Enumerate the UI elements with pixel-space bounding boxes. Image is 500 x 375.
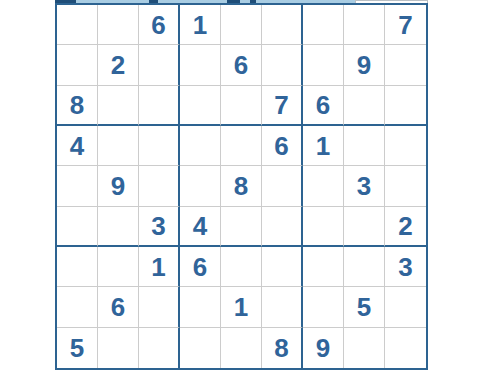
given-digit: 6 bbox=[234, 52, 248, 78]
cell-r3c2[interactable] bbox=[98, 86, 139, 126]
cell-r9c9[interactable] bbox=[385, 328, 426, 368]
cell-r9c7[interactable]: 9 bbox=[303, 328, 344, 368]
cell-r2c9[interactable] bbox=[385, 45, 426, 85]
cell-r9c1[interactable]: 5 bbox=[57, 328, 98, 368]
cell-r5c5[interactable]: 8 bbox=[221, 166, 262, 206]
cell-r8c3[interactable] bbox=[139, 287, 180, 327]
cell-r5c6[interactable] bbox=[262, 166, 303, 206]
cell-r7c6[interactable] bbox=[262, 247, 303, 287]
cell-r1c5[interactable] bbox=[221, 5, 262, 45]
cell-r9c6[interactable]: 8 bbox=[262, 328, 303, 368]
given-digit: 2 bbox=[398, 213, 412, 239]
cell-r7c4[interactable]: 6 bbox=[180, 247, 221, 287]
given-digit: 8 bbox=[234, 173, 248, 199]
cell-r2c2[interactable]: 2 bbox=[98, 45, 139, 85]
cell-r3c4[interactable] bbox=[180, 86, 221, 126]
given-digit: 7 bbox=[274, 92, 288, 118]
cell-r6c1[interactable] bbox=[57, 207, 98, 247]
cell-r2c4[interactable] bbox=[180, 45, 221, 85]
cell-r4c6[interactable]: 6 bbox=[262, 126, 303, 166]
cell-r8c1[interactable] bbox=[57, 287, 98, 327]
cell-r4c8[interactable] bbox=[344, 126, 385, 166]
cell-r5c1[interactable] bbox=[57, 166, 98, 206]
cell-r5c4[interactable] bbox=[180, 166, 221, 206]
given-digit: 7 bbox=[398, 12, 412, 38]
given-digit: 5 bbox=[357, 294, 371, 320]
cell-r9c4[interactable] bbox=[180, 328, 221, 368]
cell-r1c6[interactable] bbox=[262, 5, 303, 45]
given-digit: 2 bbox=[111, 52, 125, 78]
given-digit: 8 bbox=[70, 92, 84, 118]
given-digit: 5 bbox=[70, 335, 84, 361]
given-digit: 9 bbox=[111, 173, 125, 199]
cell-r8c2[interactable]: 6 bbox=[98, 287, 139, 327]
given-digit: 6 bbox=[111, 294, 125, 320]
cell-r5c8[interactable]: 3 bbox=[344, 166, 385, 206]
cell-r3c3[interactable] bbox=[139, 86, 180, 126]
given-digit: 3 bbox=[151, 213, 165, 239]
cell-r8c5[interactable]: 1 bbox=[221, 287, 262, 327]
cell-r5c7[interactable] bbox=[303, 166, 344, 206]
cell-r2c3[interactable] bbox=[139, 45, 180, 85]
cell-r9c2[interactable] bbox=[98, 328, 139, 368]
cell-r3c9[interactable] bbox=[385, 86, 426, 126]
cell-r4c4[interactable] bbox=[180, 126, 221, 166]
cell-r7c8[interactable] bbox=[344, 247, 385, 287]
cell-r1c4[interactable]: 1 bbox=[180, 5, 221, 45]
cell-r1c9[interactable]: 7 bbox=[385, 5, 426, 45]
cell-r8c7[interactable] bbox=[303, 287, 344, 327]
cell-r3c6[interactable]: 7 bbox=[262, 86, 303, 126]
given-digit: 6 bbox=[274, 133, 288, 159]
cell-r3c1[interactable]: 8 bbox=[57, 86, 98, 126]
given-digit: 9 bbox=[316, 335, 330, 361]
cell-r3c7[interactable]: 6 bbox=[303, 86, 344, 126]
cell-r8c6[interactable] bbox=[262, 287, 303, 327]
given-digit: 3 bbox=[357, 173, 371, 199]
cell-r7c9[interactable]: 3 bbox=[385, 247, 426, 287]
cell-r2c5[interactable]: 6 bbox=[221, 45, 262, 85]
cell-r6c7[interactable] bbox=[303, 207, 344, 247]
given-digit: 1 bbox=[193, 12, 207, 38]
cell-r1c8[interactable] bbox=[344, 5, 385, 45]
cell-r4c1[interactable]: 4 bbox=[57, 126, 98, 166]
given-digit: 4 bbox=[70, 133, 84, 159]
given-digit: 4 bbox=[193, 213, 207, 239]
cell-r8c9[interactable] bbox=[385, 287, 426, 327]
cell-r2c7[interactable] bbox=[303, 45, 344, 85]
cell-r9c5[interactable] bbox=[221, 328, 262, 368]
cell-r5c9[interactable] bbox=[385, 166, 426, 206]
given-digit: 1 bbox=[151, 254, 165, 280]
cell-r7c3[interactable]: 1 bbox=[139, 247, 180, 287]
cell-r2c1[interactable] bbox=[57, 45, 98, 85]
cell-r1c7[interactable] bbox=[303, 5, 344, 45]
given-digit: 6 bbox=[193, 254, 207, 280]
cell-r5c2[interactable]: 9 bbox=[98, 166, 139, 206]
cell-r7c1[interactable] bbox=[57, 247, 98, 287]
cell-r6c2[interactable] bbox=[98, 207, 139, 247]
given-digit: 8 bbox=[274, 335, 288, 361]
cell-r7c5[interactable] bbox=[221, 247, 262, 287]
cell-r5c3[interactable] bbox=[139, 166, 180, 206]
cell-r8c8[interactable]: 5 bbox=[344, 287, 385, 327]
given-digit: 6 bbox=[316, 92, 330, 118]
cell-r7c7[interactable] bbox=[303, 247, 344, 287]
cell-r4c5[interactable] bbox=[221, 126, 262, 166]
cell-r4c2[interactable] bbox=[98, 126, 139, 166]
cell-r7c2[interactable] bbox=[98, 247, 139, 287]
cell-r8c4[interactable] bbox=[180, 287, 221, 327]
sudoku-page: 617269876461983342163615589 bbox=[0, 0, 500, 375]
cell-r6c9[interactable]: 2 bbox=[385, 207, 426, 247]
given-digit: 6 bbox=[151, 12, 165, 38]
cell-r2c6[interactable] bbox=[262, 45, 303, 85]
cell-r6c6[interactable] bbox=[262, 207, 303, 247]
cell-r9c3[interactable] bbox=[139, 328, 180, 368]
cell-r1c2[interactable] bbox=[98, 5, 139, 45]
cell-r4c9[interactable] bbox=[385, 126, 426, 166]
given-digit: 3 bbox=[398, 254, 412, 280]
cell-r4c3[interactable] bbox=[139, 126, 180, 166]
cell-r1c1[interactable] bbox=[57, 5, 98, 45]
cell-r6c5[interactable] bbox=[221, 207, 262, 247]
given-digit: 1 bbox=[234, 294, 248, 320]
cell-r3c8[interactable] bbox=[344, 86, 385, 126]
cell-r2c8[interactable]: 9 bbox=[344, 45, 385, 85]
cell-r6c3[interactable]: 3 bbox=[139, 207, 180, 247]
cell-r6c4[interactable]: 4 bbox=[180, 207, 221, 247]
cell-r6c8[interactable] bbox=[344, 207, 385, 247]
cell-r9c8[interactable] bbox=[344, 328, 385, 368]
sudoku-board: 617269876461983342163615589 bbox=[55, 3, 428, 370]
given-digit: 9 bbox=[357, 52, 371, 78]
cell-r3c5[interactable] bbox=[221, 86, 262, 126]
cell-r4c7[interactable]: 1 bbox=[303, 126, 344, 166]
cell-r1c3[interactable]: 6 bbox=[139, 5, 180, 45]
given-digit: 1 bbox=[316, 133, 330, 159]
